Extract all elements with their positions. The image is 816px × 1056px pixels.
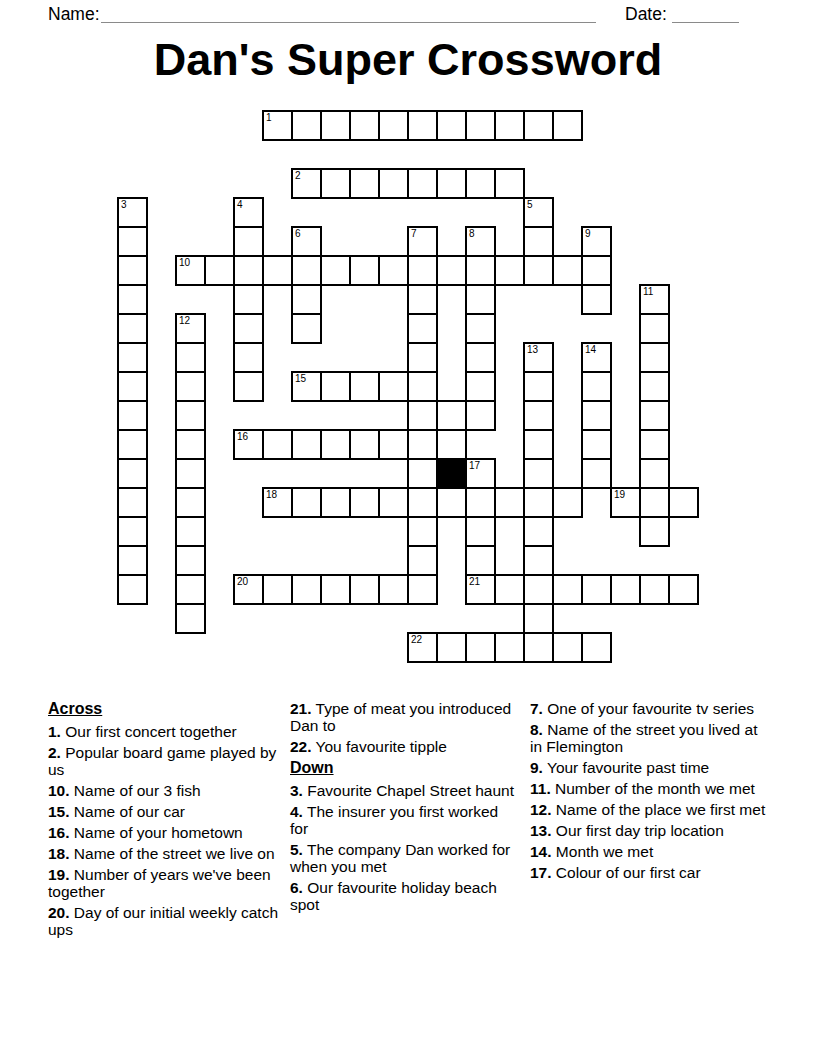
grid-cell[interactable] (176, 372, 205, 401)
date-label: Date: (625, 4, 667, 25)
grid-cell[interactable] (263, 430, 292, 459)
grid-cell[interactable] (524, 256, 553, 285)
grid-cell[interactable] (408, 401, 437, 430)
grid-cell[interactable] (466, 488, 495, 517)
clue-number: 10 (179, 257, 190, 268)
down-clue-4: 4. The insurer you first worked for (290, 803, 518, 837)
grid-cell[interactable] (640, 430, 669, 459)
grid-cell[interactable]: 3 (118, 198, 147, 227)
down-clue-7: 7. One of your favourite tv series (530, 700, 770, 717)
grid-cell[interactable]: 16 (234, 430, 263, 459)
grid-cell[interactable] (118, 459, 147, 488)
grid-cell[interactable] (582, 401, 611, 430)
grid-cell[interactable] (582, 459, 611, 488)
clue-text: The insurer you first worked for (290, 803, 498, 837)
clue-text: Name of the street we live on (70, 845, 275, 862)
grid-cell[interactable] (234, 372, 263, 401)
grid-cell[interactable] (669, 488, 698, 517)
grid-cell[interactable] (379, 372, 408, 401)
grid-cell[interactable] (176, 459, 205, 488)
clue-column-3: 7. One of your favourite tv series8. Nam… (530, 700, 770, 885)
grid-cell[interactable] (553, 256, 582, 285)
grid-cell[interactable] (437, 401, 466, 430)
grid-cell[interactable] (408, 546, 437, 575)
grid-cell[interactable]: 4 (234, 198, 263, 227)
clue-num: 21. (290, 700, 312, 717)
grid-cell[interactable] (466, 111, 495, 140)
clue-text: Number of the month we met (551, 780, 755, 797)
grid-cell[interactable] (176, 343, 205, 372)
grid-cell[interactable] (495, 575, 524, 604)
grid-cell[interactable] (321, 256, 350, 285)
grid-cell[interactable] (466, 401, 495, 430)
grid-cell[interactable] (118, 430, 147, 459)
blocked-cell (437, 459, 466, 488)
grid-cell[interactable] (408, 256, 437, 285)
grid-cell[interactable] (640, 459, 669, 488)
grid-cell[interactable] (524, 401, 553, 430)
clue-num: 8. (530, 721, 543, 738)
clue-text: Name of the place we first met (552, 801, 766, 818)
grid-cell[interactable] (640, 343, 669, 372)
clue-text: Colour of our first car (552, 864, 701, 881)
grid-cell[interactable] (640, 517, 669, 546)
clue-heading-down: Down (290, 759, 518, 777)
clue-num: 10. (48, 782, 70, 799)
grid-cell[interactable] (524, 372, 553, 401)
grid-cell[interactable]: 11 (640, 285, 669, 314)
grid-cell[interactable] (466, 314, 495, 343)
name-label: Name: (48, 4, 100, 25)
clue-num: 12. (530, 801, 552, 818)
clue-number: 8 (469, 228, 475, 239)
grid-cell[interactable] (437, 430, 466, 459)
grid-cell[interactable] (292, 256, 321, 285)
grid-cell[interactable] (118, 256, 147, 285)
grid-cell[interactable] (582, 430, 611, 459)
grid-cell[interactable] (437, 633, 466, 662)
down-clue-14: 14. Month we met (530, 843, 770, 860)
down-clue-17: 17. Colour of our first car (530, 864, 770, 881)
grid-cell[interactable] (611, 575, 640, 604)
grid-cell[interactable] (524, 575, 553, 604)
grid-cell[interactable] (118, 488, 147, 517)
clue-column-1: Across1. Our first concert together2. Po… (48, 700, 280, 942)
clue-num: 2. (48, 744, 61, 761)
grid-cell[interactable]: 14 (582, 343, 611, 372)
clue-number: 5 (527, 199, 533, 210)
clue-num: 7. (530, 700, 543, 717)
grid-cell[interactable] (524, 546, 553, 575)
clue-text: Name of the street you lived at in Flemi… (530, 721, 757, 755)
grid-cell[interactable] (292, 285, 321, 314)
clue-num: 16. (48, 824, 70, 841)
grid-cell[interactable]: 1 (263, 111, 292, 140)
grid-cell[interactable] (582, 285, 611, 314)
grid-cell[interactable] (553, 633, 582, 662)
clue-num: 1. (48, 723, 61, 740)
worksheet-page: Name: Date: Dan's Super Crossword 123456… (0, 0, 816, 1056)
clue-text: Type of meat you introduced Dan to (290, 700, 511, 734)
grid-cell[interactable] (379, 575, 408, 604)
grid-cell[interactable] (292, 430, 321, 459)
grid-cell[interactable] (292, 314, 321, 343)
grid-cell[interactable] (408, 343, 437, 372)
clue-text: Day of our initial weekly catch ups (48, 904, 278, 938)
grid-cell[interactable]: 12 (176, 314, 205, 343)
clue-number: 22 (411, 634, 422, 645)
grid-cell[interactable] (640, 401, 669, 430)
grid-cell[interactable] (669, 575, 698, 604)
grid-cell[interactable] (466, 372, 495, 401)
across-clue-19: 19. Number of years we've been together (48, 866, 280, 900)
clue-column-2: 21. Type of meat you introduced Dan to22… (290, 700, 518, 917)
grid-cell[interactable] (408, 575, 437, 604)
grid-cell[interactable] (466, 517, 495, 546)
grid-cell[interactable] (321, 169, 350, 198)
grid-cell[interactable] (524, 488, 553, 517)
down-clue-3: 3. Favourite Chapel Street haunt (290, 782, 518, 799)
grid-cell[interactable]: 9 (582, 227, 611, 256)
grid-cell[interactable] (524, 633, 553, 662)
grid-cell[interactable]: 22 (408, 633, 437, 662)
grid-cell[interactable] (118, 314, 147, 343)
grid-cell[interactable] (408, 285, 437, 314)
clue-number: 3 (121, 199, 127, 210)
grid-cell[interactable] (321, 488, 350, 517)
clue-text: The company Dan worked for when you met (290, 841, 510, 875)
clue-number: 18 (266, 489, 277, 500)
grid-cell[interactable] (524, 430, 553, 459)
clue-num: 13. (530, 822, 552, 839)
grid-cell[interactable] (408, 459, 437, 488)
grid-cell[interactable] (524, 227, 553, 256)
grid-cell[interactable] (234, 314, 263, 343)
page-title: Dan's Super Crossword (0, 34, 816, 86)
grid-cell[interactable] (437, 169, 466, 198)
across-clue-15: 15. Name of our car (48, 803, 280, 820)
clue-number: 19 (614, 489, 625, 500)
grid-cell[interactable] (292, 575, 321, 604)
grid-cell[interactable]: 2 (292, 169, 321, 198)
clue-num: 9. (530, 759, 543, 776)
grid-cell[interactable] (524, 111, 553, 140)
grid-cell[interactable] (553, 488, 582, 517)
grid-cell[interactable] (234, 227, 263, 256)
clue-num: 14. (530, 843, 552, 860)
clue-number: 11 (643, 286, 653, 297)
grid-cell[interactable] (350, 372, 379, 401)
grid-cell[interactable] (408, 488, 437, 517)
clue-number: 13 (527, 344, 538, 355)
clue-text: One of your favourite tv series (543, 700, 754, 717)
grid-cell[interactable] (292, 111, 321, 140)
grid-cell[interactable]: 7 (408, 227, 437, 256)
grid-cell[interactable] (350, 256, 379, 285)
down-clue-5: 5. The company Dan worked for when you m… (290, 841, 518, 875)
clue-num: 20. (48, 904, 70, 921)
grid-cell[interactable] (582, 256, 611, 285)
grid-cell[interactable] (379, 488, 408, 517)
grid-cell[interactable] (408, 169, 437, 198)
grid-cell[interactable] (234, 256, 263, 285)
across-clue-18: 18. Name of the street we live on (48, 845, 280, 862)
grid-cell[interactable] (118, 227, 147, 256)
grid-cell[interactable] (118, 285, 147, 314)
grid-cell[interactable] (234, 343, 263, 372)
grid-cell[interactable] (466, 343, 495, 372)
crossword-grid: 12345678910111213141516171819202122 (118, 111, 698, 662)
clue-num: 18. (48, 845, 70, 862)
grid-cell[interactable] (466, 546, 495, 575)
grid-cell[interactable] (350, 575, 379, 604)
clue-num: 5. (290, 841, 303, 858)
clue-number: 16 (237, 431, 248, 442)
clue-number: 2 (295, 170, 301, 181)
clue-text: Our first day trip location (552, 822, 724, 839)
down-clue-6: 6. Our favourite holiday beach spot (290, 879, 518, 913)
grid-cell[interactable] (263, 256, 292, 285)
clue-number: 15 (295, 373, 306, 384)
grid-cell[interactable] (524, 517, 553, 546)
grid-cell[interactable] (350, 488, 379, 517)
clue-num: 22. (290, 738, 312, 755)
grid-cell[interactable] (379, 256, 408, 285)
clue-text: Name of your hometown (70, 824, 243, 841)
clue-num: 17. (530, 864, 552, 881)
clue-number: 7 (411, 228, 417, 239)
clue-number: 9 (585, 228, 591, 239)
grid-cell[interactable] (176, 604, 205, 633)
clue-text: Name of our car (70, 803, 185, 820)
clue-text: Our first concert together (61, 723, 237, 740)
clue-text: Your favourite past time (543, 759, 709, 776)
grid-cell[interactable] (640, 314, 669, 343)
grid-cell[interactable] (408, 372, 437, 401)
grid-cell[interactable] (176, 575, 205, 604)
clue-num: 4. (290, 803, 303, 820)
grid-cell[interactable]: 8 (466, 227, 495, 256)
grid-cell[interactable] (321, 430, 350, 459)
grid-cell[interactable] (437, 256, 466, 285)
grid-cell[interactable] (118, 372, 147, 401)
grid-cell[interactable] (640, 372, 669, 401)
grid-cell[interactable] (118, 517, 147, 546)
grid-cell[interactable] (408, 430, 437, 459)
grid-cell[interactable] (466, 169, 495, 198)
clue-number: 12 (179, 315, 190, 326)
clue-number: 1 (266, 112, 272, 123)
grid-cell[interactable]: 10 (176, 256, 205, 285)
clue-text: Month we met (552, 843, 654, 860)
grid-cell[interactable]: 18 (263, 488, 292, 517)
grid-cell[interactable] (495, 111, 524, 140)
grid-cell[interactable]: 13 (524, 343, 553, 372)
clue-heading-across: Across (48, 700, 280, 718)
clue-num: 6. (290, 879, 303, 896)
grid-cell[interactable] (263, 575, 292, 604)
grid-cell[interactable] (582, 372, 611, 401)
grid-cell[interactable] (582, 633, 611, 662)
grid-cell[interactable] (292, 488, 321, 517)
grid-cell[interactable] (640, 488, 669, 517)
grid-cell[interactable] (408, 111, 437, 140)
across-clue-22: 22. You favourite tipple (290, 738, 518, 755)
grid-cell[interactable] (379, 111, 408, 140)
across-clue-10: 10. Name of our 3 fish (48, 782, 280, 799)
grid-cell[interactable]: 6 (292, 227, 321, 256)
grid-cell[interactable] (466, 633, 495, 662)
down-clue-8: 8. Name of the street you lived at in Fl… (530, 721, 770, 755)
clue-text: You favourite tipple (312, 738, 447, 755)
grid-cell[interactable] (524, 459, 553, 488)
down-clue-9: 9. Your favourite past time (530, 759, 770, 776)
date-blank-line[interactable] (672, 22, 739, 23)
clue-number: 20 (237, 576, 248, 587)
grid-cell[interactable] (379, 430, 408, 459)
grid-cell[interactable] (176, 517, 205, 546)
clue-num: 3. (290, 782, 303, 799)
grid-cell[interactable] (118, 401, 147, 430)
grid-cell[interactable] (350, 430, 379, 459)
grid-cell[interactable] (321, 372, 350, 401)
grid-cell[interactable] (379, 169, 408, 198)
grid-cell[interactable] (234, 285, 263, 314)
grid-cell[interactable] (553, 575, 582, 604)
grid-cell[interactable] (176, 430, 205, 459)
grid-cell[interactable]: 20 (234, 575, 263, 604)
grid-cell[interactable]: 15 (292, 372, 321, 401)
grid-cell[interactable] (118, 575, 147, 604)
grid-cell[interactable] (118, 546, 147, 575)
clue-number: 17 (469, 460, 480, 471)
down-clue-11: 11. Number of the month we met (530, 780, 770, 797)
clue-text: Our favourite holiday beach spot (290, 879, 497, 913)
clue-num: 11. (530, 780, 551, 797)
grid-cell[interactable] (495, 256, 524, 285)
grid-cell[interactable]: 19 (611, 488, 640, 517)
grid-cell[interactable] (176, 546, 205, 575)
across-clue-16: 16. Name of your hometown (48, 824, 280, 841)
clue-text: Number of years we've been together (48, 866, 271, 900)
grid-cell[interactable] (408, 517, 437, 546)
clue-num: 15. (48, 803, 70, 820)
clue-text: Name of our 3 fish (70, 782, 201, 799)
grid-cell[interactable] (466, 285, 495, 314)
grid-cell[interactable] (553, 111, 582, 140)
across-clue-2: 2. Popular board game played by us (48, 744, 280, 778)
grid-cell[interactable] (495, 633, 524, 662)
grid-cell[interactable]: 17 (466, 459, 495, 488)
down-clue-13: 13. Our first day trip location (530, 822, 770, 839)
grid-cell[interactable]: 21 (466, 575, 495, 604)
grid-cell[interactable] (350, 169, 379, 198)
clue-number: 21 (469, 576, 480, 587)
clue-text: Favourite Chapel Street haunt (303, 782, 514, 799)
clue-number: 14 (585, 344, 596, 355)
grid-cell[interactable] (321, 111, 350, 140)
grid-cell[interactable] (495, 488, 524, 517)
grid-cell[interactable] (176, 488, 205, 517)
across-clue-20: 20. Day of our initial weekly catch ups (48, 904, 280, 938)
grid-cell[interactable] (495, 169, 524, 198)
across-clue-1: 1. Our first concert together (48, 723, 280, 740)
clue-num: 19. (48, 866, 70, 883)
grid-cell[interactable] (350, 111, 379, 140)
clue-number: 4 (237, 199, 243, 210)
grid-cell[interactable] (640, 575, 669, 604)
across-clue-21: 21. Type of meat you introduced Dan to (290, 700, 518, 734)
clue-number: 6 (295, 228, 301, 239)
name-blank-line[interactable] (101, 22, 596, 23)
clue-text: Popular board game played by us (48, 744, 276, 778)
grid-cell[interactable] (437, 488, 466, 517)
down-clue-12: 12. Name of the place we first met (530, 801, 770, 818)
grid-cell[interactable]: 5 (524, 198, 553, 227)
grid-cell[interactable] (408, 314, 437, 343)
grid-cell[interactable] (466, 256, 495, 285)
grid-cell[interactable] (205, 256, 234, 285)
grid-cell[interactable] (437, 111, 466, 140)
grid-cell[interactable] (321, 575, 350, 604)
grid-cell[interactable] (524, 604, 553, 633)
grid-cell[interactable] (176, 401, 205, 430)
grid-cell[interactable] (118, 343, 147, 372)
grid-cell[interactable] (582, 575, 611, 604)
